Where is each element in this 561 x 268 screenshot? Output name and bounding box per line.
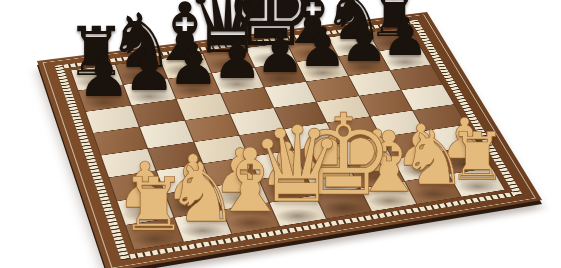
piece-contact-shadow bbox=[208, 58, 249, 72]
piece-contact-shadow bbox=[75, 75, 118, 89]
piece-contact-shadow bbox=[265, 185, 309, 200]
piece-contact-shadow bbox=[82, 95, 125, 110]
piece-contact-shadow bbox=[164, 63, 205, 77]
piece-contact-shadow bbox=[345, 61, 384, 74]
chess-set-product-photo: ♜♞♝♛♚♝♞♜♟♟♟♟♟♟♟♟♟♟♟♟♟♟♟♟♜♞♝♛♚♝♞♜ bbox=[0, 0, 561, 268]
piece-contact-shadow bbox=[322, 201, 365, 216]
piece-contact-shadow bbox=[217, 77, 258, 91]
piece-contact-shadow bbox=[400, 164, 442, 178]
piece-contact-shadow bbox=[120, 69, 162, 83]
piece-contact-shadow bbox=[128, 89, 171, 103]
piece-contact-shadow bbox=[412, 187, 454, 201]
piece-contact-shadow bbox=[170, 199, 215, 214]
piece-contact-shadow bbox=[228, 216, 273, 231]
piece-contact-shadow bbox=[122, 207, 168, 223]
piece-contact-shadow bbox=[356, 171, 398, 185]
piece-contact-shadow bbox=[275, 208, 319, 223]
piece-contact-shadow bbox=[303, 66, 343, 79]
piece-contact-shadow bbox=[375, 36, 413, 49]
piece-contact-shadow bbox=[180, 223, 226, 238]
piece-contact-shadow bbox=[386, 55, 425, 68]
piece-contact-shadow bbox=[334, 41, 373, 54]
piece-contact-shadow bbox=[311, 178, 354, 192]
piece-contact-shadow bbox=[260, 72, 301, 86]
piece-contact-shadow bbox=[293, 47, 332, 60]
piece-contact-shadow bbox=[218, 192, 262, 207]
piece-contact-shadow bbox=[173, 83, 215, 97]
piece-contact-shadow bbox=[251, 52, 291, 66]
piece-contact-shadow bbox=[444, 157, 485, 171]
chess-board bbox=[37, 12, 542, 268]
piece-contact-shadow bbox=[457, 180, 498, 194]
piece-contact-shadow bbox=[131, 231, 178, 247]
piece-contact-shadow bbox=[367, 194, 410, 208]
